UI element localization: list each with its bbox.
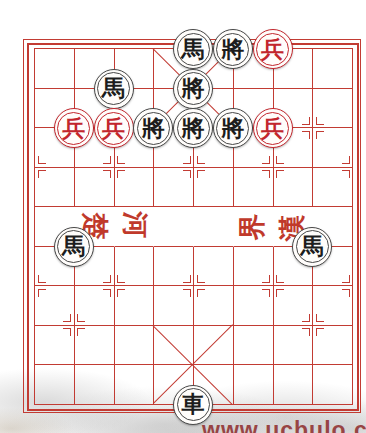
- piece-character: 兵: [261, 117, 284, 140]
- point-marker: [342, 156, 350, 164]
- point-marker: [183, 289, 191, 297]
- point-marker: [197, 275, 205, 283]
- board-cell: [75, 365, 115, 405]
- point-marker: [276, 275, 284, 283]
- board-cell: [154, 207, 194, 247]
- point-marker: [103, 156, 111, 164]
- piece-character: 兵: [62, 117, 85, 140]
- piece-character: 將: [221, 38, 244, 61]
- board-cell: [274, 365, 314, 405]
- piece-black-將[interactable]: 將: [173, 108, 213, 148]
- point-marker: [103, 289, 111, 297]
- point-marker: [262, 275, 270, 283]
- point-marker: [342, 275, 350, 283]
- point-marker: [197, 156, 205, 164]
- point-marker: [302, 314, 310, 322]
- piece-black-將[interactable]: 將: [213, 29, 253, 69]
- point-marker: [316, 314, 324, 322]
- board-cell: [35, 365, 75, 405]
- point-marker: [302, 131, 310, 139]
- point-marker: [117, 170, 125, 178]
- point-marker: [117, 275, 125, 283]
- point-marker: [316, 131, 324, 139]
- point-marker: [77, 328, 85, 336]
- piece-character: 將: [182, 77, 205, 100]
- piece-black-馬[interactable]: 馬: [54, 227, 94, 267]
- piece-character: 馬: [301, 235, 324, 258]
- point-marker: [117, 289, 125, 297]
- piece-red-兵[interactable]: 兵: [253, 29, 293, 69]
- board-cell: [35, 49, 75, 89]
- point-marker: [117, 156, 125, 164]
- point-marker: [316, 328, 324, 336]
- point-marker: [38, 289, 46, 297]
- river-label-jie: 界: [236, 211, 268, 243]
- point-marker: [197, 289, 205, 297]
- point-marker: [262, 289, 270, 297]
- point-marker: [183, 156, 191, 164]
- point-marker: [183, 275, 191, 283]
- point-marker: [103, 170, 111, 178]
- piece-character: 兵: [102, 117, 125, 140]
- board-cell: [194, 207, 234, 247]
- point-marker: [38, 170, 46, 178]
- piece-black-馬[interactable]: 馬: [173, 29, 213, 69]
- piece-character: 將: [142, 117, 165, 140]
- point-marker: [38, 156, 46, 164]
- board-cell: [313, 365, 353, 405]
- point-marker: [262, 156, 270, 164]
- board-cell: [194, 326, 234, 366]
- point-marker: [342, 170, 350, 178]
- point-marker: [302, 117, 310, 125]
- piece-black-將[interactable]: 將: [133, 108, 173, 148]
- point-marker: [103, 275, 111, 283]
- point-marker: [316, 117, 324, 125]
- piece-black-將[interactable]: 將: [173, 69, 213, 109]
- piece-character: 馬: [62, 235, 85, 258]
- point-marker: [276, 289, 284, 297]
- point-marker: [63, 314, 71, 322]
- point-marker: [183, 170, 191, 178]
- board-cell: [115, 365, 155, 405]
- piece-red-兵[interactable]: 兵: [253, 108, 293, 148]
- site-watermark: www.ucbulo.co: [202, 417, 366, 433]
- point-marker: [38, 275, 46, 283]
- point-marker: [302, 328, 310, 336]
- river-label-he: 河: [119, 209, 151, 241]
- piece-character: 將: [182, 117, 205, 140]
- point-marker: [276, 156, 284, 164]
- board-cell: [313, 49, 353, 89]
- piece-character: 馬: [182, 38, 205, 61]
- piece-character: 將: [221, 117, 244, 140]
- xiangqi-screenshot: 楚 河 界 漢 馬將兵馬將兵兵將將將兵馬馬車 www.ucbulo.co: [0, 0, 366, 433]
- piece-black-馬[interactable]: 馬: [292, 227, 332, 267]
- point-marker: [197, 170, 205, 178]
- point-marker: [77, 314, 85, 322]
- point-marker: [63, 328, 71, 336]
- piece-black-馬[interactable]: 馬: [94, 69, 134, 109]
- board-cell: [234, 326, 274, 366]
- piece-character: 兵: [261, 38, 284, 61]
- piece-red-兵[interactable]: 兵: [54, 108, 94, 148]
- piece-character: 馬: [102, 77, 125, 100]
- piece-black-將[interactable]: 將: [213, 108, 253, 148]
- point-marker: [342, 289, 350, 297]
- board-cell: [234, 365, 274, 405]
- point-marker: [262, 170, 270, 178]
- point-marker: [276, 170, 284, 178]
- piece-character: 車: [182, 393, 205, 416]
- piece-red-兵[interactable]: 兵: [94, 108, 134, 148]
- board-cell: [115, 326, 155, 366]
